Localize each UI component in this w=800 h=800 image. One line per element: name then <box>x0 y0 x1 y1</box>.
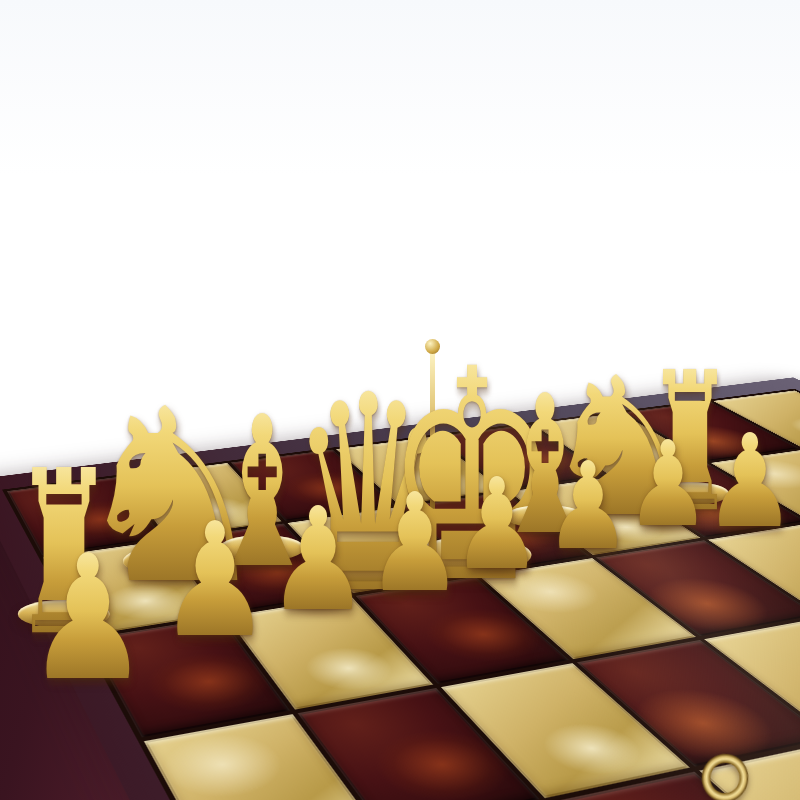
pawn-warrior-icon: ♟ <box>159 502 272 660</box>
pawn-warrior-icon: ♟ <box>704 417 796 546</box>
pawn-warrior-icon: ♟ <box>452 462 542 588</box>
pawn-warrior-icon: ♟ <box>626 426 711 544</box>
pawn-warrior-icon: ♟ <box>267 489 369 631</box>
pawn-warrior-icon: ♟ <box>366 476 463 612</box>
pawn-warrior-icon: ♟ <box>545 446 631 567</box>
pawn-warrior-icon: ♟ <box>26 533 150 706</box>
photo-background: ♜ ♞ ♝ ♛ ♚ ♝ ♞ ♜ ♟ ♟ ♟ ♟ ♟ ♟ ♟ ♟ <box>0 0 800 800</box>
